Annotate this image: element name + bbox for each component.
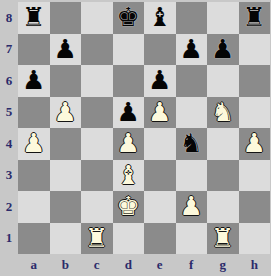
square-g4[interactable] (207, 128, 239, 160)
piece-black-pawn-g7[interactable]: ♟ (207, 34, 239, 66)
rank-label-6: 6 (0, 65, 18, 97)
piece-black-pawn-f7[interactable]: ♟ (176, 34, 208, 66)
square-b2[interactable] (50, 191, 82, 223)
square-h7[interactable] (239, 34, 271, 66)
rank-label-8: 8 (0, 2, 18, 34)
square-h1[interactable] (239, 223, 271, 255)
square-b8[interactable] (50, 2, 82, 34)
square-d7[interactable] (113, 34, 145, 66)
square-f4[interactable]: ♞ (176, 128, 208, 160)
piece-white-pawn-d4[interactable]: ♟ (113, 128, 145, 160)
square-c8[interactable] (81, 2, 113, 34)
square-g2[interactable] (207, 191, 239, 223)
square-e5[interactable]: ♟ (144, 97, 176, 129)
square-h3[interactable] (239, 160, 271, 192)
square-d8[interactable]: ♚ (113, 2, 145, 34)
square-a4[interactable]: ♟ (18, 128, 50, 160)
piece-white-pawn-b5[interactable]: ♟ (50, 97, 82, 129)
piece-white-pawn-f2[interactable]: ♟ (176, 191, 208, 223)
square-b5[interactable]: ♟ (50, 97, 82, 129)
square-a6[interactable]: ♟ (18, 65, 50, 97)
square-e3[interactable] (144, 160, 176, 192)
file-labels: abcdefgh (18, 254, 270, 276)
piece-black-rook-a8[interactable]: ♜ (18, 2, 50, 34)
piece-black-rook-h8[interactable]: ♜ (239, 2, 271, 34)
square-c4[interactable] (81, 128, 113, 160)
square-f2[interactable]: ♟ (176, 191, 208, 223)
square-f1[interactable] (176, 223, 208, 255)
square-d6[interactable] (113, 65, 145, 97)
square-a7[interactable] (18, 34, 50, 66)
piece-black-king-d8[interactable]: ♚ (113, 2, 145, 34)
chess-board: ♜♚♝♜♟♟♟♟♟♟♟♟♞♟♟♞♟♝♚♟♜♜ (18, 2, 270, 254)
square-g8[interactable] (207, 2, 239, 34)
square-d1[interactable] (113, 223, 145, 255)
file-label-b: b (50, 254, 82, 276)
square-e1[interactable] (144, 223, 176, 255)
square-h8[interactable]: ♜ (239, 2, 271, 34)
square-e2[interactable] (144, 191, 176, 223)
square-f8[interactable] (176, 2, 208, 34)
rank-label-5: 5 (0, 97, 18, 129)
file-label-g: g (207, 254, 239, 276)
piece-black-pawn-d5[interactable]: ♟ (113, 97, 145, 129)
rank-label-4: 4 (0, 128, 18, 160)
square-h2[interactable] (239, 191, 271, 223)
piece-white-bishop-d3[interactable]: ♝ (113, 160, 145, 192)
piece-white-knight-g5[interactable]: ♞ (207, 97, 239, 129)
square-c6[interactable] (81, 65, 113, 97)
square-g1[interactable]: ♜ (207, 223, 239, 255)
square-a1[interactable] (18, 223, 50, 255)
square-b3[interactable] (50, 160, 82, 192)
square-g5[interactable]: ♞ (207, 97, 239, 129)
square-d4[interactable]: ♟ (113, 128, 145, 160)
piece-white-pawn-h4[interactable]: ♟ (239, 128, 271, 160)
square-f7[interactable]: ♟ (176, 34, 208, 66)
rank-label-3: 3 (0, 160, 18, 192)
chess-diagram: 87654321 ♜♚♝♜♟♟♟♟♟♟♟♟♞♟♟♞♟♝♚♟♜♜ abcdefgh (0, 0, 270, 276)
square-g7[interactable]: ♟ (207, 34, 239, 66)
square-f5[interactable] (176, 97, 208, 129)
square-c1[interactable]: ♜ (81, 223, 113, 255)
square-e6[interactable]: ♟ (144, 65, 176, 97)
square-b4[interactable] (50, 128, 82, 160)
square-a2[interactable] (18, 191, 50, 223)
square-e4[interactable] (144, 128, 176, 160)
file-label-c: c (81, 254, 113, 276)
square-d5[interactable]: ♟ (113, 97, 145, 129)
square-h4[interactable]: ♟ (239, 128, 271, 160)
square-h6[interactable] (239, 65, 271, 97)
square-e7[interactable] (144, 34, 176, 66)
piece-white-rook-g1[interactable]: ♜ (207, 223, 239, 255)
square-h5[interactable] (239, 97, 271, 129)
piece-black-pawn-b7[interactable]: ♟ (50, 34, 82, 66)
square-a8[interactable]: ♜ (18, 2, 50, 34)
square-g6[interactable] (207, 65, 239, 97)
square-a5[interactable] (18, 97, 50, 129)
piece-white-rook-c1[interactable]: ♜ (81, 223, 113, 255)
square-f6[interactable] (176, 65, 208, 97)
piece-black-knight-f4[interactable]: ♞ (176, 128, 208, 160)
file-label-a: a (18, 254, 50, 276)
square-a3[interactable] (18, 160, 50, 192)
file-label-h: h (239, 254, 271, 276)
square-c2[interactable] (81, 191, 113, 223)
file-label-d: d (113, 254, 145, 276)
piece-white-king-d2[interactable]: ♚ (113, 191, 145, 223)
file-label-f: f (176, 254, 208, 276)
piece-black-pawn-a6[interactable]: ♟ (18, 65, 50, 97)
rank-label-2: 2 (0, 191, 18, 223)
piece-white-pawn-a4[interactable]: ♟ (18, 128, 50, 160)
square-c3[interactable] (81, 160, 113, 192)
square-b6[interactable] (50, 65, 82, 97)
square-e8[interactable]: ♝ (144, 2, 176, 34)
rank-label-7: 7 (0, 34, 18, 66)
square-d2[interactable]: ♚ (113, 191, 145, 223)
rank-label-1: 1 (0, 223, 18, 255)
square-f3[interactable] (176, 160, 208, 192)
piece-white-pawn-e5[interactable]: ♟ (144, 97, 176, 129)
square-d3[interactable]: ♝ (113, 160, 145, 192)
square-c7[interactable] (81, 34, 113, 66)
square-g3[interactable] (207, 160, 239, 192)
rank-labels: 87654321 (0, 2, 18, 254)
piece-black-bishop-e8[interactable]: ♝ (144, 2, 176, 34)
file-label-e: e (144, 254, 176, 276)
square-b7[interactable]: ♟ (50, 34, 82, 66)
square-b1[interactable] (50, 223, 82, 255)
piece-black-pawn-e6[interactable]: ♟ (144, 65, 176, 97)
square-c5[interactable] (81, 97, 113, 129)
